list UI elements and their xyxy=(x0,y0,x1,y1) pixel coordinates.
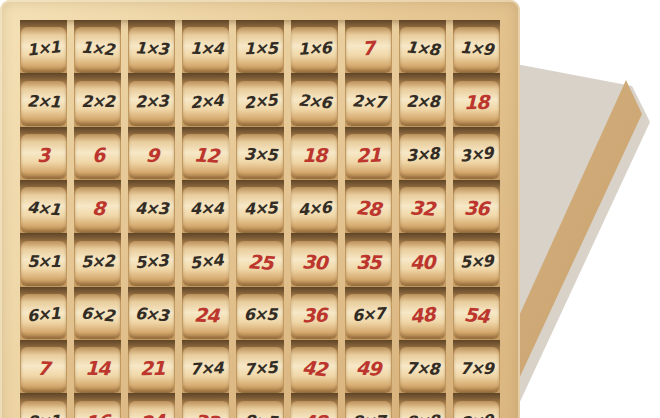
roller-r1c8[interactable]: 1×8 xyxy=(400,27,445,71)
cell-label: 7 xyxy=(37,359,50,379)
cell-label: 5×3 xyxy=(135,253,169,271)
cell-r3c8: 3×8 xyxy=(399,127,446,180)
cell-r2c7: 2×7 xyxy=(345,73,392,126)
cell-label: 1×9 xyxy=(460,40,494,58)
roller-r8c3[interactable]: 24 xyxy=(129,401,174,418)
roller-r1c6[interactable]: 1×6 xyxy=(291,27,336,71)
cell-r4c1: 4×1 xyxy=(20,180,67,233)
cell-label: 36 xyxy=(464,199,489,219)
cell-r5c8: 40 xyxy=(399,233,446,286)
cell-label: 8×9 xyxy=(459,413,493,418)
cell-r3c7: 21 xyxy=(345,127,392,180)
cell-r1c5: 1×5 xyxy=(236,20,283,73)
roller-r5c1[interactable]: 5×1 xyxy=(21,241,66,285)
roller-r6c1[interactable]: 6×1 xyxy=(21,294,66,338)
roller-r5c2[interactable]: 5×2 xyxy=(75,241,120,285)
roller-r1c9[interactable]: 1×9 xyxy=(454,27,499,71)
roller-r3c4[interactable]: 12 xyxy=(183,134,228,178)
cell-label: 14 xyxy=(85,359,110,378)
cell-label: 1×4 xyxy=(189,40,222,57)
cell-label: 30 xyxy=(301,252,326,272)
cell-label: 12 xyxy=(193,145,219,166)
cell-r5c3: 5×3 xyxy=(128,233,175,286)
cell-r6c9: 54 xyxy=(453,287,500,340)
roller-r8c7[interactable]: 8×7 xyxy=(346,401,391,418)
roller-r6c5[interactable]: 6×5 xyxy=(237,294,282,338)
roller-r8c2[interactable]: 16 xyxy=(75,401,120,418)
cell-r8c5: 8×5 xyxy=(236,393,283,418)
roller-r4c3[interactable]: 4×3 xyxy=(129,187,174,231)
cell-label: 18 xyxy=(464,92,489,111)
roller-r7c7[interactable]: 49 xyxy=(346,347,391,391)
cell-label: 2×2 xyxy=(81,94,114,110)
cell-r7c1: 7 xyxy=(20,340,67,393)
cell-label: 6 xyxy=(91,145,105,165)
cell-r8c3: 24 xyxy=(128,393,175,418)
cell-label: 2×7 xyxy=(351,93,384,111)
cell-r1c9: 1×9 xyxy=(453,20,500,73)
cell-r3c4: 12 xyxy=(182,127,229,180)
cell-r4c3: 4×3 xyxy=(128,180,175,233)
cell-label: 25 xyxy=(247,251,273,272)
cell-r4c8: 32 xyxy=(399,180,446,233)
cell-r5c5: 25 xyxy=(236,233,283,286)
roller-r5c9[interactable]: 5×9 xyxy=(454,241,499,285)
roller-r4c5[interactable]: 4×5 xyxy=(237,187,282,231)
roller-r5c6[interactable]: 30 xyxy=(291,241,336,285)
cell-r7c8: 7×8 xyxy=(399,340,446,393)
cell-r7c3: 21 xyxy=(128,340,175,393)
roller-r2c4[interactable]: 2×4 xyxy=(183,81,228,125)
cell-label: 7×8 xyxy=(406,360,439,377)
roller-r5c8[interactable]: 40 xyxy=(400,241,445,285)
roller-r7c1[interactable]: 7 xyxy=(21,347,66,391)
roller-r6c2[interactable]: 6×2 xyxy=(75,294,120,338)
cell-label: 18 xyxy=(302,146,326,165)
cell-label: 28 xyxy=(355,198,381,219)
roller-r7c9[interactable]: 7×9 xyxy=(454,347,499,391)
cell-label: 7×4 xyxy=(189,360,222,378)
cell-label: 32 xyxy=(409,198,435,219)
roller-r3c7[interactable]: 21 xyxy=(346,134,391,178)
cell-label: 2×5 xyxy=(243,92,277,111)
roller-r1c7[interactable]: 7 xyxy=(346,27,391,71)
cell-r5c1: 5×1 xyxy=(20,233,67,286)
cell-label: 36 xyxy=(302,305,327,325)
cell-r4c9: 36 xyxy=(453,180,500,233)
cell-r1c8: 1×8 xyxy=(399,20,446,73)
roller-r7c4[interactable]: 7×4 xyxy=(183,347,228,391)
roller-r5c5[interactable]: 25 xyxy=(237,241,282,285)
cell-r1c6: 1×6 xyxy=(291,20,338,73)
cell-label: 40 xyxy=(410,252,435,271)
cell-r1c2: 1×2 xyxy=(74,20,121,73)
cell-label: 4×6 xyxy=(297,199,331,218)
cell-r2c8: 2×8 xyxy=(399,73,446,126)
cell-r5c9: 5×9 xyxy=(453,233,500,286)
cell-label: 9 xyxy=(145,145,159,165)
roller-r6c3[interactable]: 6×3 xyxy=(129,294,174,338)
cell-r8c6: 48 xyxy=(291,393,338,418)
cell-label: 49 xyxy=(355,358,381,379)
cell-label: 2×1 xyxy=(27,93,60,110)
cell-r2c2: 2×2 xyxy=(74,73,121,126)
roller-r2c7[interactable]: 2×7 xyxy=(346,81,391,125)
cell-label: 3 xyxy=(37,146,50,166)
cell-label: 3×5 xyxy=(243,147,276,164)
cell-label: 1×6 xyxy=(297,40,330,58)
cell-label: 4×5 xyxy=(243,200,276,218)
cell-label: 8×7 xyxy=(352,414,385,418)
roller-r4c2[interactable]: 8 xyxy=(75,187,120,231)
cell-r8c8: 8×8 xyxy=(399,393,446,418)
cell-r1c1: 1×1 xyxy=(20,20,67,73)
roller-r1c5[interactable]: 1×5 xyxy=(237,27,282,71)
cell-label: 3×8 xyxy=(405,146,439,164)
cell-label: 4×3 xyxy=(135,200,168,217)
cell-r3c6: 18 xyxy=(291,127,338,180)
cell-r6c7: 6×7 xyxy=(345,287,392,340)
cell-r3c1: 3 xyxy=(20,127,67,180)
cell-label: 42 xyxy=(301,358,327,379)
roller-r2c1[interactable]: 2×1 xyxy=(21,81,66,125)
cell-r2c3: 2×3 xyxy=(128,73,175,126)
roller-r8c8[interactable]: 8×8 xyxy=(400,401,445,418)
cell-label: 1×2 xyxy=(81,39,115,58)
cell-label: 16 xyxy=(85,412,111,418)
grid: 1×11×21×31×41×51×671×81×92×12×22×32×42×5… xyxy=(20,20,500,418)
roller-r2c5[interactable]: 2×5 xyxy=(237,81,282,125)
cell-r8c7: 8×7 xyxy=(345,393,392,418)
cell-r2c4: 2×4 xyxy=(182,73,229,126)
cell-label: 21 xyxy=(139,359,164,378)
roller-r2c2[interactable]: 2×2 xyxy=(75,81,120,125)
roller-r3c2[interactable]: 6 xyxy=(75,134,120,178)
roller-r6c6[interactable]: 36 xyxy=(291,294,336,338)
cell-label: 32 xyxy=(193,411,219,418)
cell-label: 6×7 xyxy=(351,306,385,324)
roller-r8c6[interactable]: 48 xyxy=(291,401,336,418)
cell-label: 7×9 xyxy=(460,361,493,377)
tray-top: 1×11×21×31×41×51×671×81×92×12×22×32×42×5… xyxy=(0,0,520,418)
cell-r7c5: 7×5 xyxy=(236,340,283,393)
cell-label: 7 xyxy=(361,39,375,59)
roller-r2c6[interactable]: 2×6 xyxy=(291,81,336,125)
roller-r1c1[interactable]: 1×1 xyxy=(21,27,66,71)
roller-r3c6[interactable]: 18 xyxy=(291,134,336,178)
cell-r6c6: 36 xyxy=(291,287,338,340)
cell-label: 4×1 xyxy=(27,199,61,218)
cell-label: 35 xyxy=(356,252,381,271)
roller-r2c3[interactable]: 2×3 xyxy=(129,81,174,125)
cell-label: 5×9 xyxy=(460,253,493,271)
roller-r4c1[interactable]: 4×1 xyxy=(21,187,66,231)
cell-r5c4: 5×4 xyxy=(182,233,229,286)
roller-r2c8[interactable]: 2×8 xyxy=(400,81,445,125)
cell-label: 48 xyxy=(409,305,435,326)
roller-r8c1[interactable]: 8×1 xyxy=(21,401,66,418)
cell-r4c5: 4×5 xyxy=(236,180,283,233)
roller-r2c9[interactable]: 18 xyxy=(454,81,499,125)
cell-label: 5×4 xyxy=(189,252,223,271)
cell-r1c4: 1×4 xyxy=(182,20,229,73)
cell-label: 8×8 xyxy=(406,413,439,418)
roller-r6c8[interactable]: 48 xyxy=(400,294,445,338)
roller-r4c7[interactable]: 28 xyxy=(346,187,391,231)
cell-r3c2: 6 xyxy=(74,127,121,180)
roller-r7c5[interactable]: 7×5 xyxy=(237,347,282,391)
cell-r7c6: 42 xyxy=(291,340,338,393)
roller-r8c4[interactable]: 32 xyxy=(183,401,228,418)
roller-r7c3[interactable]: 21 xyxy=(129,347,174,391)
cell-label: 2×3 xyxy=(135,93,168,110)
multiplication-board-photo: 1×11×21×31×41×51×671×81×92×12×22×32×42×5… xyxy=(0,0,660,418)
cell-r7c9: 7×9 xyxy=(453,340,500,393)
cell-r4c6: 4×6 xyxy=(291,180,338,233)
cell-label: 2×4 xyxy=(189,93,223,111)
roller-r5c3[interactable]: 5×3 xyxy=(129,241,174,285)
cell-label: 6×5 xyxy=(244,307,277,323)
roller-r3c9[interactable]: 3×9 xyxy=(454,134,499,178)
roller-r3c8[interactable]: 3×8 xyxy=(400,134,445,178)
cell-r7c2: 14 xyxy=(74,340,121,393)
cell-label: 1×8 xyxy=(405,39,439,58)
cell-label: 8×5 xyxy=(243,413,276,418)
roller-r4c4[interactable]: 4×4 xyxy=(183,187,228,231)
roller-r7c6[interactable]: 42 xyxy=(291,347,336,391)
cell-r2c9: 18 xyxy=(453,73,500,126)
cell-r8c4: 32 xyxy=(182,393,229,418)
roller-r3c1[interactable]: 3 xyxy=(21,134,66,178)
cell-label: 24 xyxy=(139,411,165,418)
cell-r6c3: 6×3 xyxy=(128,287,175,340)
cell-r6c8: 48 xyxy=(399,287,446,340)
cell-r2c6: 2×6 xyxy=(291,73,338,126)
cell-label: 8 xyxy=(91,199,104,219)
cell-r2c1: 2×1 xyxy=(20,73,67,126)
cell-r3c9: 3×9 xyxy=(453,127,500,180)
roller-r6c7[interactable]: 6×7 xyxy=(346,294,391,338)
cell-label: 48 xyxy=(302,412,327,418)
roller-r3c3[interactable]: 9 xyxy=(129,134,174,178)
cell-label: 24 xyxy=(193,305,218,325)
cell-r3c5: 3×5 xyxy=(236,127,283,180)
cell-label: 2×8 xyxy=(406,94,439,111)
cell-label: 6×1 xyxy=(27,306,61,325)
roller-r6c9[interactable]: 54 xyxy=(454,294,499,338)
cell-label: 1×1 xyxy=(26,39,60,58)
roller-r1c4[interactable]: 1×4 xyxy=(183,27,228,71)
cell-label: 4×4 xyxy=(189,200,222,217)
roller-r4c6[interactable]: 4×6 xyxy=(291,187,336,231)
roller-r8c5[interactable]: 8×5 xyxy=(237,401,282,418)
cell-r6c5: 6×5 xyxy=(236,287,283,340)
cell-r6c1: 6×1 xyxy=(20,287,67,340)
roller-r4c8[interactable]: 32 xyxy=(400,187,445,231)
cell-r4c2: 8 xyxy=(74,180,121,233)
roller-r5c7[interactable]: 35 xyxy=(346,241,391,285)
cell-label: 3×9 xyxy=(459,146,493,165)
cell-r8c1: 8×1 xyxy=(20,393,67,418)
cell-label: 2×6 xyxy=(297,93,331,112)
cell-r7c7: 49 xyxy=(345,340,392,393)
cell-r8c2: 16 xyxy=(74,393,121,418)
roller-r1c3[interactable]: 1×3 xyxy=(129,27,174,71)
cell-label: 8×1 xyxy=(27,413,60,418)
cell-label: 6×3 xyxy=(135,306,169,324)
cell-label: 5×1 xyxy=(27,254,60,270)
cell-r6c2: 6×2 xyxy=(74,287,121,340)
cell-r7c4: 7×4 xyxy=(182,340,229,393)
cell-label: 54 xyxy=(463,305,489,326)
cell-r4c4: 4×4 xyxy=(182,180,229,233)
cell-r5c2: 5×2 xyxy=(74,233,121,286)
roller-r8c9[interactable]: 8×9 xyxy=(454,401,499,418)
cell-label: 1×5 xyxy=(244,40,277,57)
cell-r4c7: 28 xyxy=(345,180,392,233)
cell-label: 1×3 xyxy=(135,40,168,58)
cell-r1c3: 1×3 xyxy=(128,20,175,73)
roller-r5c4[interactable]: 5×4 xyxy=(183,241,228,285)
cell-r5c6: 30 xyxy=(291,233,338,286)
cell-label: 5×2 xyxy=(81,253,114,270)
cell-label: 21 xyxy=(356,145,381,165)
roller-r4c9[interactable]: 36 xyxy=(454,187,499,231)
cell-r5c7: 35 xyxy=(345,233,392,286)
cell-r2c5: 2×5 xyxy=(236,73,283,126)
cell-r1c7: 7 xyxy=(345,20,392,73)
cell-r6c4: 24 xyxy=(182,287,229,340)
roller-r3c5[interactable]: 3×5 xyxy=(237,134,282,178)
cell-r3c3: 9 xyxy=(128,127,175,180)
roller-r1c2[interactable]: 1×2 xyxy=(75,27,120,71)
cell-label: 7×5 xyxy=(243,359,277,378)
cell-r8c9: 8×9 xyxy=(453,393,500,418)
cell-label: 6×2 xyxy=(81,306,115,325)
roller-r7c8[interactable]: 7×8 xyxy=(400,347,445,391)
roller-r6c4[interactable]: 24 xyxy=(183,294,228,338)
roller-r7c2[interactable]: 14 xyxy=(75,347,120,391)
